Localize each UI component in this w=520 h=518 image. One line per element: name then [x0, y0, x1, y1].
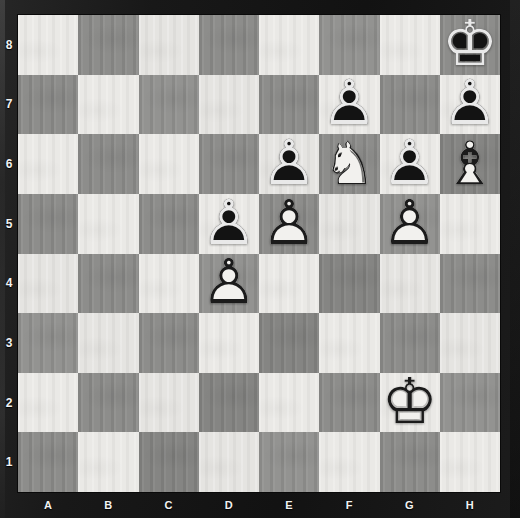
square-c8[interactable] — [139, 15, 199, 75]
chess-board: ♚♔♟♙♟♙♟♙♞♘♟♙♝♗♟♙♟♙♟♙♟♙♚♔ — [18, 15, 500, 492]
square-f6[interactable]: ♞♘ — [319, 134, 379, 194]
square-g3[interactable] — [380, 313, 440, 373]
square-e3[interactable] — [259, 313, 319, 373]
square-e8[interactable] — [259, 15, 319, 75]
square-b8[interactable] — [78, 15, 138, 75]
square-b3[interactable] — [78, 313, 138, 373]
file-label-e: E — [259, 492, 319, 518]
square-h5[interactable] — [440, 194, 500, 254]
square-d3[interactable] — [199, 313, 259, 373]
square-a5[interactable] — [18, 194, 78, 254]
piece-white-pawn-d4[interactable]: ♟♙ — [199, 254, 259, 314]
square-g5[interactable]: ♟♙ — [380, 194, 440, 254]
square-a3[interactable] — [18, 313, 78, 373]
square-h3[interactable] — [440, 313, 500, 373]
file-label-a: A — [18, 492, 78, 518]
square-b2[interactable] — [78, 373, 138, 433]
square-b4[interactable] — [78, 254, 138, 314]
square-h2[interactable] — [440, 373, 500, 433]
rank-label-6: 6 — [0, 134, 18, 194]
square-d8[interactable] — [199, 15, 259, 75]
rank-labels: 87654321 — [0, 15, 18, 492]
pawn-glyph-outline: ♙ — [322, 72, 378, 134]
square-h4[interactable] — [440, 254, 500, 314]
rank-label-8: 8 — [0, 15, 18, 75]
square-c2[interactable] — [139, 373, 199, 433]
rank-label-4: 4 — [0, 254, 18, 314]
square-d7[interactable] — [199, 75, 259, 135]
square-f3[interactable] — [319, 313, 379, 373]
square-h6[interactable]: ♝♗ — [440, 134, 500, 194]
square-b1[interactable] — [78, 432, 138, 492]
square-c7[interactable] — [139, 75, 199, 135]
rank-label-2: 2 — [0, 373, 18, 433]
square-e5[interactable]: ♟♙ — [259, 194, 319, 254]
file-label-c: C — [139, 492, 199, 518]
square-f7[interactable]: ♟♙ — [319, 75, 379, 135]
square-c3[interactable] — [139, 313, 199, 373]
square-c4[interactable] — [139, 254, 199, 314]
piece-black-pawn-f7[interactable]: ♟♙ — [319, 75, 379, 135]
square-d2[interactable] — [199, 373, 259, 433]
piece-white-pawn-g5[interactable]: ♟♙ — [380, 194, 440, 254]
square-c6[interactable] — [139, 134, 199, 194]
piece-white-king-g2[interactable]: ♚♔ — [380, 373, 440, 433]
square-d1[interactable] — [199, 432, 259, 492]
file-label-h: H — [440, 492, 500, 518]
square-a6[interactable] — [18, 134, 78, 194]
square-f5[interactable] — [319, 194, 379, 254]
piece-white-pawn-e5[interactable]: ♟♙ — [259, 194, 319, 254]
rank-label-1: 1 — [0, 432, 18, 492]
square-a2[interactable] — [18, 373, 78, 433]
pawn-glyph-outline: ♙ — [382, 191, 438, 253]
knight-glyph-outline: ♘ — [322, 133, 376, 193]
square-f2[interactable] — [319, 373, 379, 433]
square-a7[interactable] — [18, 75, 78, 135]
square-g4[interactable] — [380, 254, 440, 314]
square-b6[interactable] — [78, 134, 138, 194]
file-label-d: D — [199, 492, 259, 518]
square-d4[interactable]: ♟♙ — [199, 254, 259, 314]
square-c5[interactable] — [139, 194, 199, 254]
square-b7[interactable] — [78, 75, 138, 135]
square-c1[interactable] — [139, 432, 199, 492]
chess-diagram: ♚♔♟♙♟♙♟♙♞♘♟♙♝♗♟♙♟♙♟♙♟♙♚♔ 87654321 ABCDEF… — [0, 0, 520, 518]
square-b5[interactable] — [78, 194, 138, 254]
king-glyph-outline: ♔ — [381, 370, 437, 433]
square-f4[interactable] — [319, 254, 379, 314]
square-f1[interactable] — [319, 432, 379, 492]
pawn-glyph-outline: ♙ — [261, 191, 317, 253]
square-a1[interactable] — [18, 432, 78, 492]
piece-black-pawn-h7[interactable]: ♟♙ — [440, 75, 500, 135]
pawn-glyph-outline: ♙ — [442, 72, 498, 134]
rank-label-5: 5 — [0, 194, 18, 254]
file-label-b: B — [78, 492, 138, 518]
square-g8[interactable] — [380, 15, 440, 75]
square-e2[interactable] — [259, 373, 319, 433]
square-h1[interactable] — [440, 432, 500, 492]
bishop-glyph-outline: ♗ — [443, 133, 497, 193]
square-h7[interactable]: ♟♙ — [440, 75, 500, 135]
piece-white-bishop-h6[interactable]: ♝♗ — [440, 134, 500, 194]
square-a4[interactable] — [18, 254, 78, 314]
piece-white-knight-f6[interactable]: ♞♘ — [319, 134, 379, 194]
square-e1[interactable] — [259, 432, 319, 492]
square-e4[interactable] — [259, 254, 319, 314]
rank-label-3: 3 — [0, 313, 18, 373]
file-label-g: G — [380, 492, 440, 518]
pawn-glyph-outline: ♙ — [201, 251, 257, 313]
square-g1[interactable] — [380, 432, 440, 492]
rank-label-7: 7 — [0, 75, 18, 135]
square-a8[interactable] — [18, 15, 78, 75]
square-g2[interactable]: ♚♔ — [380, 373, 440, 433]
file-labels: ABCDEFGH — [18, 492, 500, 518]
file-label-f: F — [319, 492, 379, 518]
